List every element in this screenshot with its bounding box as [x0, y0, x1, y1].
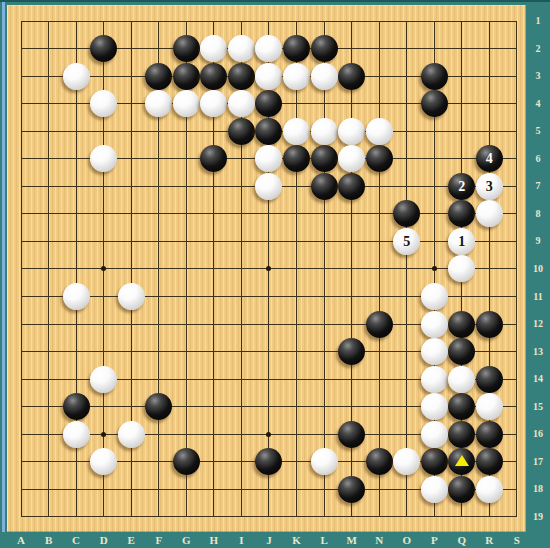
- black-stone-P17[interactable]: [421, 448, 448, 475]
- white-stone-J3[interactable]: [255, 63, 282, 90]
- row-label-12: 12: [528, 318, 548, 329]
- white-stone-Q14[interactable]: [448, 366, 475, 393]
- column-label-K: K: [289, 534, 305, 546]
- black-stone-R16[interactable]: [476, 421, 503, 448]
- row-label-4: 4: [528, 98, 548, 109]
- column-label-N: N: [371, 534, 387, 546]
- row-label-14: 14: [528, 373, 548, 384]
- white-stone-C16[interactable]: [63, 421, 90, 448]
- row-label-16: 16: [528, 428, 548, 439]
- black-stone-Q16[interactable]: [448, 421, 475, 448]
- triangle-marker: [455, 455, 469, 466]
- frame-top-edge: [0, 0, 550, 2]
- black-stone-P4[interactable]: [421, 90, 448, 117]
- grid-line-v: [324, 21, 325, 518]
- frame-left-accent: [2, 2, 5, 532]
- black-stone-K2[interactable]: [283, 35, 310, 62]
- row-label-1: 1: [528, 15, 548, 26]
- white-stone-K5[interactable]: [283, 118, 310, 145]
- black-stone-Q18[interactable]: [448, 476, 475, 503]
- white-stone-E16[interactable]: [118, 421, 145, 448]
- black-stone-Q7[interactable]: 2: [448, 173, 475, 200]
- white-stone-P16[interactable]: [421, 421, 448, 448]
- row-label-8: 8: [528, 208, 548, 219]
- column-label-O: O: [399, 534, 415, 546]
- star-point-D16: [101, 432, 106, 437]
- grid-line-v: [379, 21, 380, 518]
- black-stone-M18[interactable]: [338, 476, 365, 503]
- black-stone-R6[interactable]: 4: [476, 145, 503, 172]
- black-stone-G17[interactable]: [173, 448, 200, 475]
- grid-line-v: [296, 21, 297, 518]
- grid-line-v: [406, 21, 407, 518]
- column-label-P: P: [426, 534, 442, 546]
- black-stone-N12[interactable]: [366, 311, 393, 338]
- move-number-2: 2: [448, 173, 475, 200]
- white-stone-P13[interactable]: [421, 338, 448, 365]
- column-label-L: L: [316, 534, 332, 546]
- black-stone-I5[interactable]: [228, 118, 255, 145]
- white-stone-P15[interactable]: [421, 393, 448, 420]
- column-label-E: E: [123, 534, 139, 546]
- column-label-C: C: [68, 534, 84, 546]
- black-stone-R17[interactable]: [476, 448, 503, 475]
- black-stone-L6[interactable]: [311, 145, 338, 172]
- white-stone-C11[interactable]: [63, 283, 90, 310]
- column-label-G: G: [178, 534, 194, 546]
- move-number-1: 1: [448, 228, 475, 255]
- white-stone-R15[interactable]: [476, 393, 503, 420]
- row-label-9: 9: [528, 235, 548, 246]
- black-stone-N6[interactable]: [366, 145, 393, 172]
- white-stone-P18[interactable]: [421, 476, 448, 503]
- column-label-R: R: [481, 534, 497, 546]
- move-number-4: 4: [476, 145, 503, 172]
- white-stone-P14[interactable]: [421, 366, 448, 393]
- row-label-18: 18: [528, 483, 548, 494]
- black-stone-L2[interactable]: [311, 35, 338, 62]
- white-stone-R7[interactable]: 3: [476, 173, 503, 200]
- white-stone-L17[interactable]: [311, 448, 338, 475]
- column-label-H: H: [206, 534, 222, 546]
- row-label-17: 17: [528, 456, 548, 467]
- row-label-13: 13: [528, 346, 548, 357]
- black-stone-Q12[interactable]: [448, 311, 475, 338]
- black-stone-M3[interactable]: [338, 63, 365, 90]
- white-stone-N5[interactable]: [366, 118, 393, 145]
- white-stone-L3[interactable]: [311, 63, 338, 90]
- black-stone-G2[interactable]: [173, 35, 200, 62]
- column-label-D: D: [96, 534, 112, 546]
- black-stone-M13[interactable]: [338, 338, 365, 365]
- move-number-5: 5: [393, 228, 420, 255]
- black-stone-M7[interactable]: [338, 173, 365, 200]
- white-stone-G4[interactable]: [173, 90, 200, 117]
- grid-line-v: [516, 21, 517, 518]
- column-label-Q: Q: [454, 534, 470, 546]
- move-number-3: 3: [476, 173, 503, 200]
- white-stone-R8[interactable]: [476, 200, 503, 227]
- white-stone-E11[interactable]: [118, 283, 145, 310]
- black-stone-M16[interactable]: [338, 421, 365, 448]
- white-stone-I4[interactable]: [228, 90, 255, 117]
- column-label-M: M: [344, 534, 360, 546]
- column-label-A: A: [13, 534, 29, 546]
- black-stone-D2[interactable]: [90, 35, 117, 62]
- black-stone-G3[interactable]: [173, 63, 200, 90]
- white-stone-R18[interactable]: [476, 476, 503, 503]
- black-stone-F3[interactable]: [145, 63, 172, 90]
- row-label-3: 3: [528, 70, 548, 81]
- go-game-window: 42351ABCDEFGHIJKLMNOPQRS1234567891011121…: [0, 0, 550, 548]
- white-stone-M5[interactable]: [338, 118, 365, 145]
- column-label-B: B: [41, 534, 57, 546]
- black-stone-I3[interactable]: [228, 63, 255, 90]
- grid-line-h: [21, 516, 518, 517]
- column-label-F: F: [151, 534, 167, 546]
- row-label-11: 11: [528, 291, 548, 302]
- black-stone-R12[interactable]: [476, 311, 503, 338]
- black-stone-R14[interactable]: [476, 366, 503, 393]
- row-label-6: 6: [528, 153, 548, 164]
- row-label-5: 5: [528, 125, 548, 136]
- black-stone-L7[interactable]: [311, 173, 338, 200]
- white-stone-Q9[interactable]: 1: [448, 228, 475, 255]
- white-stone-O9[interactable]: 5: [393, 228, 420, 255]
- white-stone-K3[interactable]: [283, 63, 310, 90]
- black-stone-P3[interactable]: [421, 63, 448, 90]
- white-stone-C3[interactable]: [63, 63, 90, 90]
- column-label-J: J: [261, 534, 277, 546]
- row-label-10: 10: [528, 263, 548, 274]
- row-label-7: 7: [528, 180, 548, 191]
- black-stone-H3[interactable]: [200, 63, 227, 90]
- white-stone-D14[interactable]: [90, 366, 117, 393]
- white-stone-P12[interactable]: [421, 311, 448, 338]
- column-label-I: I: [233, 534, 249, 546]
- row-label-19: 19: [528, 511, 548, 522]
- row-label-2: 2: [528, 43, 548, 54]
- black-stone-J5[interactable]: [255, 118, 282, 145]
- black-stone-C15[interactable]: [63, 393, 90, 420]
- white-stone-L5[interactable]: [311, 118, 338, 145]
- white-stone-I2[interactable]: [228, 35, 255, 62]
- white-stone-P11[interactable]: [421, 283, 448, 310]
- black-stone-N17[interactable]: [366, 448, 393, 475]
- row-label-15: 15: [528, 401, 548, 412]
- column-label-S: S: [509, 534, 525, 546]
